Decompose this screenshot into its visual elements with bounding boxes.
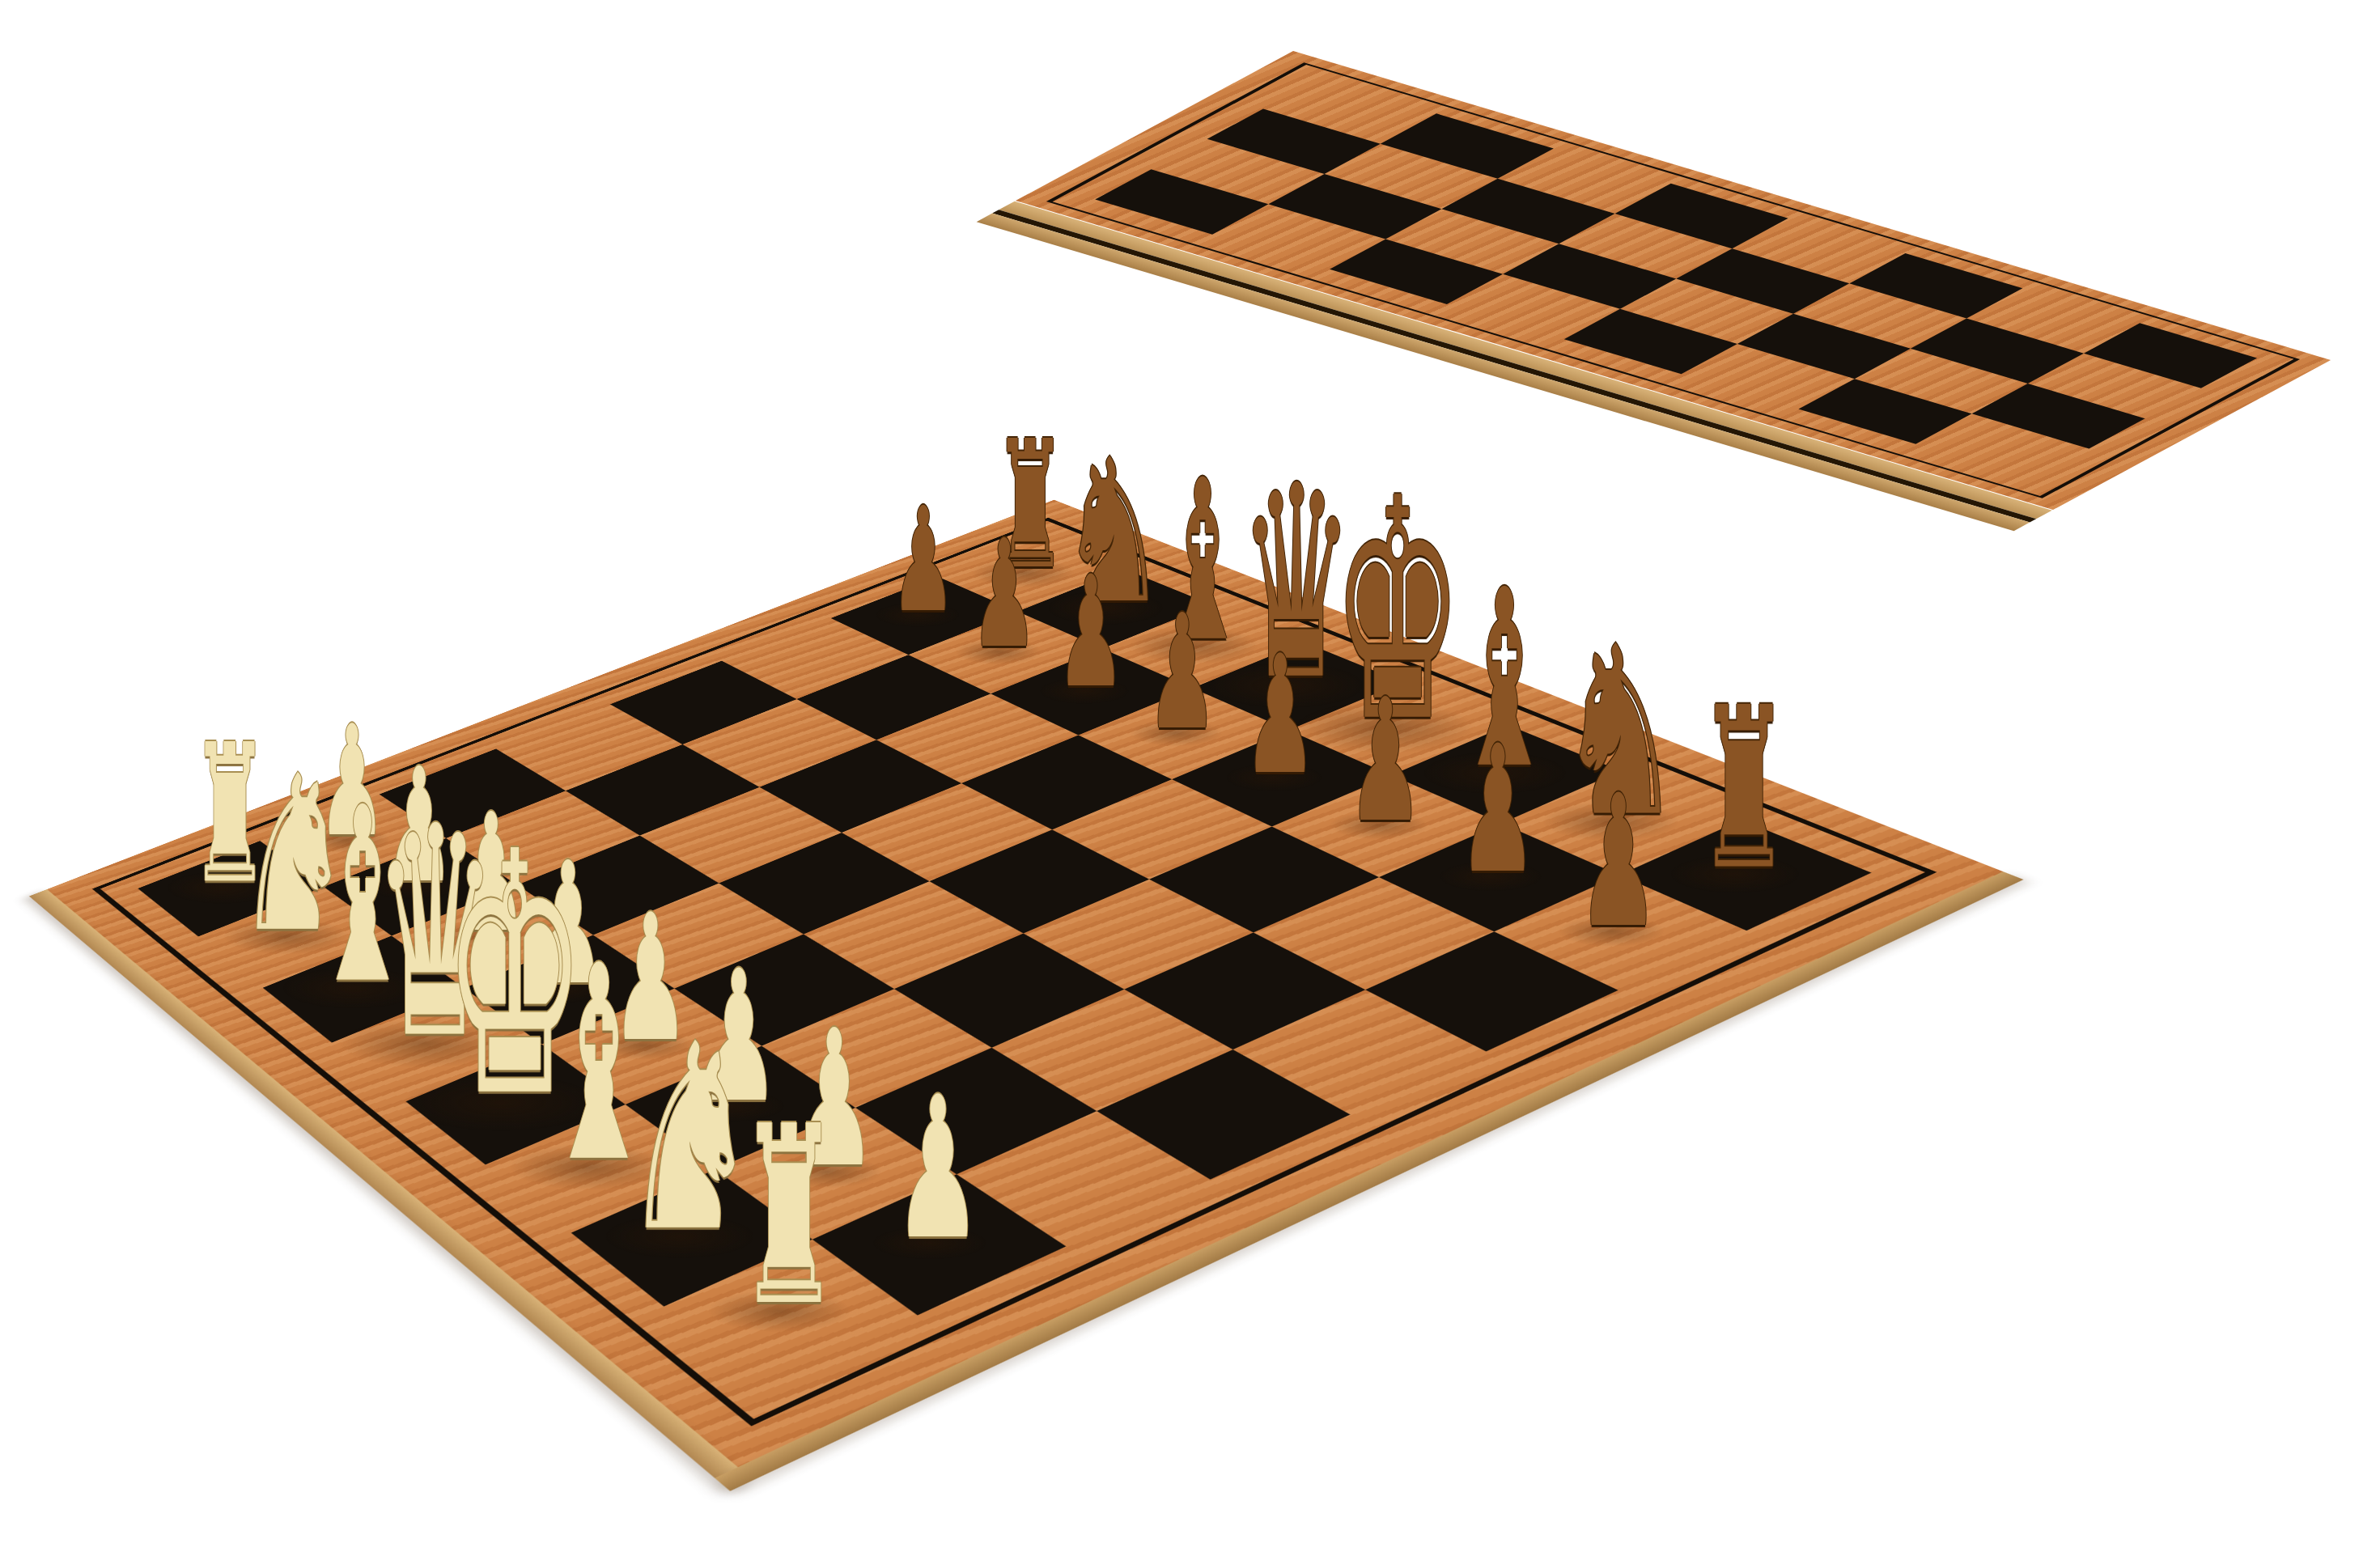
piece-black-pawn-d7[interactable]: ♟	[1147, 593, 1218, 752]
piece-black-rook-h8[interactable]: ♜	[1698, 678, 1789, 901]
piece-white-pawn-h2[interactable]: ♟	[893, 1071, 982, 1266]
piece-white-rook-h1[interactable]: ♜	[738, 1095, 839, 1341]
piece-black-pawn-f7[interactable]: ♟	[1347, 676, 1423, 846]
product-photo-scene: ♜♞♟♝♟♛♟♚♟♝♟♞♟♟♜♟♟♜♟♟♞♝♟♛♟♚♟♝♟♞♟♜	[0, 0, 2380, 1556]
piece-black-pawn-b7[interactable]: ♟	[971, 521, 1037, 670]
piece-black-pawn-h7[interactable]: ♟	[1578, 770, 1660, 952]
piece-black-pawn-g7[interactable]: ♟	[1458, 722, 1537, 897]
piece-black-pawn-a7[interactable]: ♟	[891, 488, 956, 632]
piece-black-pawn-c7[interactable]: ♟	[1056, 556, 1125, 710]
piece-black-pawn-e7[interactable]: ♟	[1244, 633, 1317, 797]
